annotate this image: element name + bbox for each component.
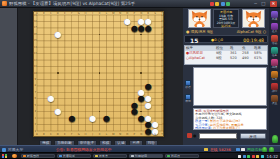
coord-label: 16 — [33, 33, 38, 36]
chat-input[interactable] — [199, 133, 237, 139]
room-icon — [2, 148, 6, 152]
taskbar-window-title: 浏览器 — [171, 154, 181, 158]
taskbar-window-button[interactable]: 野狐围棋 — [21, 154, 55, 158]
coord-label: 5 — [161, 104, 166, 107]
stats-row[interactable]: ○AlphaCat9段52049061% — [185, 56, 267, 61]
taskbar-window-icon — [59, 155, 62, 158]
start-logo-quadrant — [5, 156, 7, 158]
coord-label: 19 — [161, 14, 166, 17]
coord-label: 13 — [161, 52, 166, 55]
coord-label: G — [76, 133, 81, 136]
coord-label: F — [69, 12, 74, 15]
coord-label: 1 — [161, 130, 166, 133]
coord-label: 6 — [33, 97, 38, 100]
black-countdown: 15 — [190, 37, 198, 44]
tray-icon[interactable] — [247, 155, 250, 158]
taskbar-window-icon — [95, 155, 98, 158]
hoshi-point — [57, 72, 59, 74]
coord-label: 7 — [33, 91, 38, 94]
coord-label: C — [48, 133, 53, 136]
coord-label: L — [104, 133, 109, 136]
goban-grid[interactable]: ●●●●●●●●●●●●●●●●●●●●●●●●● — [37, 15, 162, 131]
black-player-avatar — [188, 9, 211, 28]
coord-label: 8 — [33, 84, 38, 87]
coord-label: 1 — [33, 130, 38, 133]
coord-label: N — [118, 12, 123, 15]
taskbar-window-button[interactable]: 棋谱助手 — [57, 154, 91, 158]
kifu-panel[interactable] — [193, 67, 267, 106]
maximize-button[interactable]: □ — [260, 1, 267, 7]
coord-label: 18 — [33, 20, 38, 23]
coord-label: 9 — [161, 78, 166, 81]
send-button[interactable]: 发送 — [240, 133, 266, 140]
strip-item-label: 战绩 — [269, 66, 280, 69]
coord-label: B — [41, 133, 46, 136]
titlebar-icons — [210, 2, 231, 6]
coord-label: 18 — [161, 20, 166, 23]
system-tray — [238, 155, 264, 158]
coord-label: K — [97, 133, 102, 136]
taskbar-window-icon — [131, 155, 134, 158]
coord-label: 3 — [33, 117, 38, 120]
strip-item-战绩[interactable]: 战绩 — [269, 59, 280, 69]
taskbar-window-title: 棋谱助手 — [63, 154, 76, 158]
stats-cell: 9段 — [216, 56, 230, 61]
coord-label: E — [62, 133, 67, 136]
coord-label: 12 — [161, 59, 166, 62]
stats-cell: ○AlphaCat — [185, 56, 216, 61]
titlebar: 野狐围棋 - 【友谊赛】清风明月[9段] vs AlphaCat[9段] 第25… — [0, 0, 280, 8]
hoshi-point — [140, 34, 142, 36]
coord-label: P — [132, 12, 137, 15]
coord-label: 17 — [33, 26, 38, 29]
hoshi-point — [140, 72, 142, 74]
coord-label: D — [55, 133, 60, 136]
coord-label: T — [159, 133, 164, 136]
taskbar-window-button[interactable]: 对局研究 — [129, 154, 163, 158]
capture-counts: ●0 ○0 — [211, 38, 223, 42]
gutter-kifu-button[interactable]: 棋谱 — [184, 80, 192, 89]
player-stats-table: 棋手段位胜负胜率●清风明月9段36125858%○AlphaCat9段52049… — [184, 45, 268, 65]
coord-label: L — [104, 12, 109, 15]
stats-cell: 490 — [242, 56, 254, 61]
coord-label: S — [153, 133, 158, 136]
coord-label: M — [111, 12, 116, 15]
coord-label: J — [90, 12, 95, 15]
status-bar: 对局大厅 公告: 新春围棋网络赛火热报名中 在线 58236 网络流畅 — [0, 145, 280, 152]
coord-label: 14 — [161, 46, 166, 49]
stats-cell: 61% — [254, 56, 267, 61]
message-icon[interactable] — [236, 148, 240, 152]
coord-label: 15 — [33, 39, 38, 42]
coord-label: D — [55, 12, 60, 15]
coord-label: P — [132, 133, 137, 136]
coord-label: O — [125, 133, 130, 136]
coord-label: 10 — [33, 72, 38, 75]
coord-label: Q — [139, 133, 144, 136]
white-player-avatar — [242, 9, 265, 28]
strip-item-好友[interactable]: 好友 — [269, 71, 280, 81]
right-panel: 友谊对局19路 分先黑贴6.5目20分30秒3次第25手 ● 清风明月 9段 A… — [183, 8, 269, 145]
coord-label: 17 — [161, 26, 166, 29]
coord-label: K — [97, 12, 102, 15]
coord-label: H — [83, 12, 88, 15]
taskbar-window-icon — [167, 155, 170, 158]
coord-label: N — [118, 133, 123, 136]
tray-icon[interactable] — [238, 155, 241, 158]
hoshi-point — [57, 34, 59, 36]
strip-item-活动[interactable]: 活动 — [269, 35, 280, 45]
strip-item-排行[interactable]: 排行 — [269, 83, 280, 93]
titlebar-app-icon[interactable] — [210, 2, 214, 6]
chat-input-row: ● ○ 发送 — [185, 132, 267, 140]
titlebar-app-icon[interactable] — [221, 2, 225, 6]
titlebar-app-icon[interactable] — [215, 2, 219, 6]
tray-icon[interactable] — [243, 155, 246, 158]
coord-label: 2 — [33, 123, 38, 126]
taskbar: 野狐围棋棋谱助手记事本对局研究浏览器 14:32 — [0, 152, 280, 158]
record-icon[interactable] — [187, 133, 192, 138]
coord-label: S — [153, 12, 158, 15]
window-title: 野狐围棋 - 【友谊赛】清风明月[9段] vs AlphaCat[9段] 第25… — [9, 1, 179, 6]
taskbar-windows: 野狐围棋棋谱助手记事本对局研究浏览器 — [21, 154, 199, 158]
goban[interactable]: ●●●●●●●●●●●●●●●●●●●●●●●●● AABBCCDDEEFFGG… — [33, 11, 164, 137]
stats-cell: 520 — [230, 56, 242, 61]
strip-item-商城[interactable]: 商城 — [269, 11, 280, 21]
coord-label: 13 — [33, 52, 38, 55]
folder-icon[interactable] — [204, 148, 208, 152]
taskbar-window-title: 记事本 — [99, 154, 109, 158]
coord-label: 10 — [161, 72, 166, 75]
chat-message: 围棋爱好者: 右下对杀太精彩了! — [195, 127, 265, 130]
coord-label: 16 — [161, 33, 166, 36]
coord-label: Q — [139, 12, 144, 15]
chat-text: 右下对杀太精彩了! — [213, 126, 240, 130]
strip-item-设置[interactable]: 设置 — [269, 95, 280, 105]
coord-label: C — [48, 12, 53, 15]
coord-label: F — [69, 133, 74, 136]
match-info-box: 友谊对局19路 分先黑贴6.5目20分30秒3次第25手 — [213, 9, 239, 28]
strip-item-label: 任务 — [269, 54, 280, 57]
tray-icon[interactable] — [261, 155, 264, 158]
taskbar-window-icon — [23, 155, 26, 158]
coord-label: 19 — [33, 14, 38, 17]
coord-label: R — [146, 12, 151, 15]
app-logo-icon — [2, 1, 7, 6]
coord-label: M — [111, 133, 116, 136]
white-time: 00:19:48 — [243, 38, 264, 43]
coord-label: 4 — [33, 110, 38, 113]
close-button[interactable]: ✕ — [270, 1, 277, 7]
taskbar-clock: 14:32 — [266, 154, 278, 158]
board-zone: ●●●●●●●●●●●●●●●●●●●●●●●●● AABBCCDDEEFFGG… — [18, 8, 183, 145]
coord-label: 9 — [33, 78, 38, 81]
tray-icon[interactable] — [252, 155, 255, 158]
coord-label: 6 — [161, 97, 166, 100]
strip-item-任务[interactable]: 任务 — [269, 47, 280, 57]
coord-label: 2 — [161, 123, 166, 126]
coord-label: E — [62, 12, 67, 15]
coord-label: 8 — [161, 84, 166, 87]
taskbar-window-title: 对局研究 — [135, 154, 148, 158]
timer-bar: 15 ●0 ○0 00:19:48 — [184, 35, 268, 43]
minimize-button[interactable]: ─ — [252, 1, 259, 7]
strip-item-label: 活动 — [269, 42, 280, 45]
coord-label: R — [146, 133, 151, 136]
coord-label: 14 — [33, 46, 38, 49]
coord-label: 11 — [33, 65, 38, 68]
mail-icon[interactable] — [241, 148, 245, 152]
strip-item-label: 排行 — [269, 90, 280, 93]
gutter-emote-button[interactable]: 表情 — [184, 94, 192, 103]
coord-label: H — [83, 133, 88, 136]
strip-item-label: 设置 — [269, 102, 280, 105]
titlebar-app-icon[interactable] — [226, 2, 230, 6]
strip-item-label: 商城 — [269, 18, 280, 21]
coord-label: 5 — [33, 104, 38, 107]
coord-label: 15 — [161, 39, 166, 42]
coord-label: O — [125, 12, 130, 15]
chat-panel[interactable]: 系统: 欢迎来到野狐围棋本局为分先友谊对局, 请文明观战当前观战人数: 328棋… — [193, 108, 267, 130]
taskbar-window-button[interactable]: 记事本 — [93, 154, 127, 158]
coord-label: 4 — [161, 110, 166, 113]
browser-quicklaunch-icon[interactable] — [12, 154, 17, 159]
start-button[interactable] — [2, 154, 9, 158]
left-sidebar — [0, 8, 18, 145]
screen: 野狐围棋 - 【友谊赛】清风明月[9段] vs AlphaCat[9段] 第25… — [0, 0, 280, 158]
coord-label: 7 — [161, 91, 166, 94]
coord-label: J — [90, 133, 95, 136]
tray-icon[interactable] — [256, 155, 259, 158]
coord-label: G — [76, 12, 81, 15]
strip-item-道具[interactable]: 道具 — [269, 23, 280, 33]
taskbar-window-button[interactable]: 浏览器 — [165, 154, 199, 158]
coord-label: B — [41, 12, 46, 15]
right-icon-strip: 商城道具活动任务战绩好友排行设置 — [269, 8, 280, 145]
chat-username[interactable]: 围棋爱好者: — [195, 126, 213, 130]
coord-label: 3 — [161, 117, 166, 120]
taskbar-window-title: 野狐围棋 — [27, 154, 40, 158]
strip-item-label: 道具 — [269, 30, 280, 33]
coord-label: A — [35, 133, 40, 136]
coord-label: 12 — [33, 59, 38, 62]
match-info-line: 第25手 — [214, 25, 238, 29]
mascot-plant-icon — [272, 135, 278, 143]
strip-item-label: 好友 — [269, 78, 280, 81]
coord-label: 11 — [161, 65, 166, 68]
